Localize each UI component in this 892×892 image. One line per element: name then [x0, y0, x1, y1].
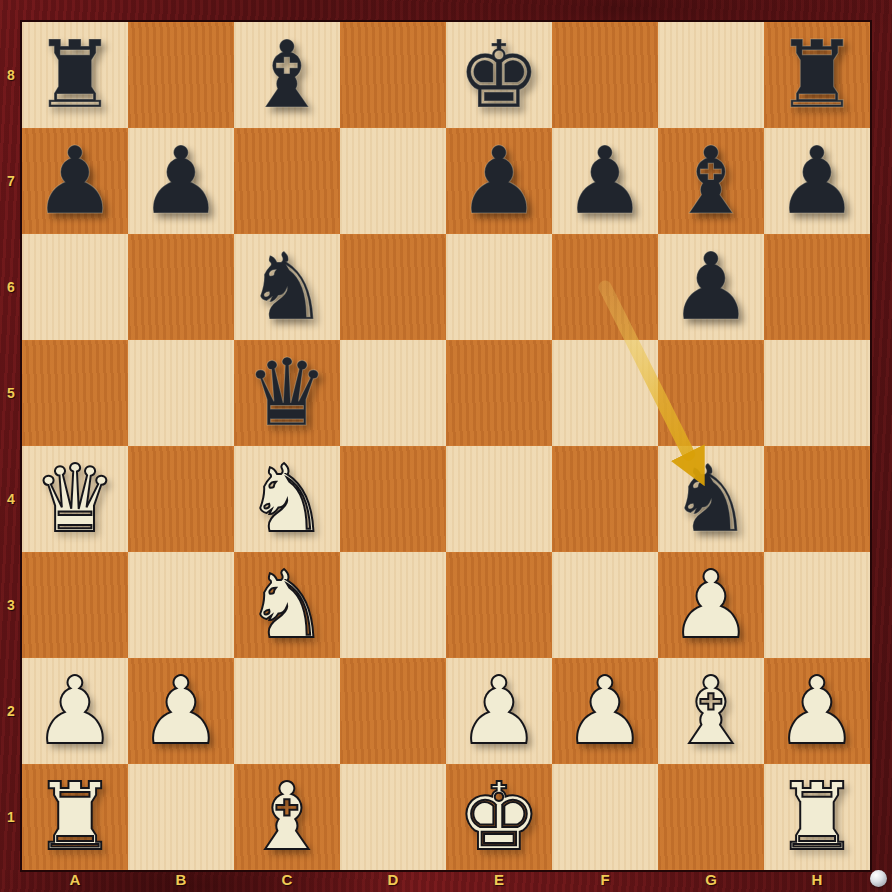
black-pawn-b7[interactable]: ♟: [139, 135, 222, 228]
square-e3[interactable]: [446, 552, 552, 658]
rank-label-5: 5: [0, 384, 22, 402]
square-e2[interactable]: ♟: [446, 658, 552, 764]
square-a6[interactable]: [22, 234, 128, 340]
white-knight-c4[interactable]: ♞: [245, 453, 328, 546]
square-a4[interactable]: ♛: [22, 446, 128, 552]
square-g3[interactable]: ♟: [658, 552, 764, 658]
square-g2[interactable]: ♝: [658, 658, 764, 764]
square-f5[interactable]: [552, 340, 658, 446]
square-e8[interactable]: ♚: [446, 22, 552, 128]
square-a7[interactable]: ♟: [22, 128, 128, 234]
black-pawn-a7[interactable]: ♟: [33, 135, 116, 228]
file-label-c: C: [234, 869, 340, 891]
file-label-g: G: [658, 869, 764, 891]
square-f7[interactable]: ♟: [552, 128, 658, 234]
square-d7[interactable]: [340, 128, 446, 234]
rank-label-4: 4: [0, 490, 22, 508]
square-e5[interactable]: [446, 340, 552, 446]
square-a3[interactable]: [22, 552, 128, 658]
square-d1[interactable]: [340, 764, 446, 870]
rank-label-8: 8: [0, 66, 22, 84]
square-c4[interactable]: ♞: [234, 446, 340, 552]
square-f1[interactable]: [552, 764, 658, 870]
black-knight-c6[interactable]: ♞: [245, 241, 328, 334]
square-a2[interactable]: ♟: [22, 658, 128, 764]
white-pawn-b2[interactable]: ♟: [139, 665, 222, 758]
white-rook-a1[interactable]: ♜: [33, 771, 116, 864]
square-a1[interactable]: ♜: [22, 764, 128, 870]
square-h6[interactable]: [764, 234, 870, 340]
square-g8[interactable]: [658, 22, 764, 128]
square-h8[interactable]: ♜: [764, 22, 870, 128]
file-label-e: E: [446, 869, 552, 891]
square-c6[interactable]: ♞: [234, 234, 340, 340]
square-c2[interactable]: [234, 658, 340, 764]
square-g4[interactable]: ♞: [658, 446, 764, 552]
white-pawn-a2[interactable]: ♟: [33, 665, 116, 758]
square-b2[interactable]: ♟: [128, 658, 234, 764]
white-pawn-f2[interactable]: ♟: [563, 665, 646, 758]
square-h4[interactable]: [764, 446, 870, 552]
square-b3[interactable]: [128, 552, 234, 658]
square-g6[interactable]: ♟: [658, 234, 764, 340]
square-d2[interactable]: [340, 658, 446, 764]
corner-ornament-ball-icon: [870, 870, 887, 887]
file-label-a: A: [22, 869, 128, 891]
black-knight-g4[interactable]: ♞: [669, 453, 752, 546]
rank-label-1: 1: [0, 808, 22, 826]
rank-label-6: 6: [0, 278, 22, 296]
square-d8[interactable]: [340, 22, 446, 128]
square-f4[interactable]: [552, 446, 658, 552]
square-a5[interactable]: [22, 340, 128, 446]
white-rook-h1[interactable]: ♜: [775, 771, 858, 864]
square-c7[interactable]: [234, 128, 340, 234]
rank-label-3: 3: [0, 596, 22, 614]
white-pawn-e2[interactable]: ♟: [457, 665, 540, 758]
square-d4[interactable]: [340, 446, 446, 552]
chess-board-frame: ♜♝♚♜♟♟♟♟♝♟♞♟♛♛♞♞♞♟♟♟♟♟♝♟♜♝♚♜ 87654321 AB…: [0, 0, 892, 892]
square-h2[interactable]: ♟: [764, 658, 870, 764]
square-d5[interactable]: [340, 340, 446, 446]
square-a8[interactable]: ♜: [22, 22, 128, 128]
black-queen-c5[interactable]: ♛: [245, 347, 328, 440]
square-b4[interactable]: [128, 446, 234, 552]
white-bishop-g2[interactable]: ♝: [669, 665, 752, 758]
square-c5[interactable]: ♛: [234, 340, 340, 446]
white-bishop-c1[interactable]: ♝: [245, 771, 328, 864]
chess-board: ♜♝♚♜♟♟♟♟♝♟♞♟♛♛♞♞♞♟♟♟♟♟♝♟♜♝♚♜: [22, 22, 870, 870]
file-label-d: D: [340, 869, 446, 891]
white-queen-a4[interactable]: ♛: [33, 453, 116, 546]
square-h7[interactable]: ♟: [764, 128, 870, 234]
square-g1[interactable]: [658, 764, 764, 870]
rank-label-7: 7: [0, 172, 22, 190]
square-b1[interactable]: [128, 764, 234, 870]
black-king-e8[interactable]: ♚: [457, 29, 540, 122]
square-c8[interactable]: ♝: [234, 22, 340, 128]
rank-label-2: 2: [0, 702, 22, 720]
file-label-h: H: [764, 869, 870, 891]
square-f8[interactable]: [552, 22, 658, 128]
white-pawn-h2[interactable]: ♟: [775, 665, 858, 758]
file-label-b: B: [128, 869, 234, 891]
square-d3[interactable]: [340, 552, 446, 658]
black-rook-h8[interactable]: ♜: [775, 29, 858, 122]
file-label-f: F: [552, 869, 658, 891]
black-pawn-e7[interactable]: ♟: [457, 135, 540, 228]
black-pawn-h7[interactable]: ♟: [775, 135, 858, 228]
square-c1[interactable]: ♝: [234, 764, 340, 870]
square-h1[interactable]: ♜: [764, 764, 870, 870]
square-f6[interactable]: [552, 234, 658, 340]
square-b8[interactable]: [128, 22, 234, 128]
square-e6[interactable]: [446, 234, 552, 340]
square-b6[interactable]: [128, 234, 234, 340]
white-king-e1[interactable]: ♚: [457, 771, 540, 864]
black-bishop-c8[interactable]: ♝: [245, 29, 328, 122]
black-pawn-f7[interactable]: ♟: [563, 135, 646, 228]
square-c3[interactable]: ♞: [234, 552, 340, 658]
square-e4[interactable]: [446, 446, 552, 552]
square-g7[interactable]: ♝: [658, 128, 764, 234]
square-e1[interactable]: ♚: [446, 764, 552, 870]
white-pawn-g3[interactable]: ♟: [669, 559, 752, 652]
square-b7[interactable]: ♟: [128, 128, 234, 234]
square-h5[interactable]: [764, 340, 870, 446]
square-f2[interactable]: ♟: [552, 658, 658, 764]
black-rook-a8[interactable]: ♜: [33, 29, 116, 122]
square-g5[interactable]: [658, 340, 764, 446]
square-h3[interactable]: [764, 552, 870, 658]
black-pawn-g6[interactable]: ♟: [669, 241, 752, 334]
square-f3[interactable]: [552, 552, 658, 658]
white-knight-c3[interactable]: ♞: [245, 559, 328, 652]
square-b5[interactable]: [128, 340, 234, 446]
square-d6[interactable]: [340, 234, 446, 340]
black-bishop-g7[interactable]: ♝: [669, 135, 752, 228]
square-e7[interactable]: ♟: [446, 128, 552, 234]
